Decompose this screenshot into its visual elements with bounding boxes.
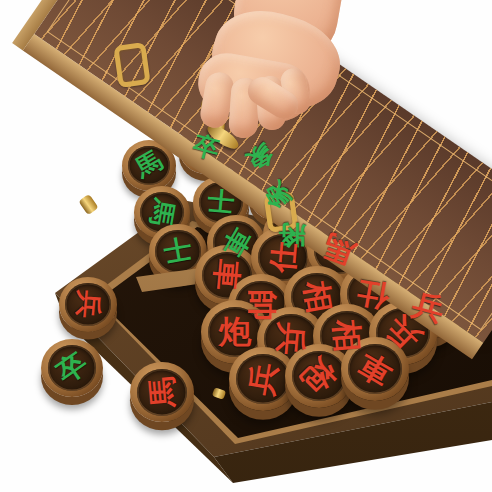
xiangqi-piece-loose[interactable]: 馬 <box>130 362 194 422</box>
piece-character: 卒 <box>31 328 114 409</box>
product-photo-stage: 馬 卒 象 馬 士 象 士 車 將 車 仕 <box>0 0 492 492</box>
xiangqi-piece-loose[interactable]: 兵 <box>59 277 117 332</box>
lid-hasp-latch-icon[interactable] <box>113 42 151 88</box>
piece-character: 馬 <box>131 358 194 427</box>
piece-character: 兵 <box>60 273 117 335</box>
xiangqi-piece-loose[interactable]: 卒 <box>41 339 103 397</box>
